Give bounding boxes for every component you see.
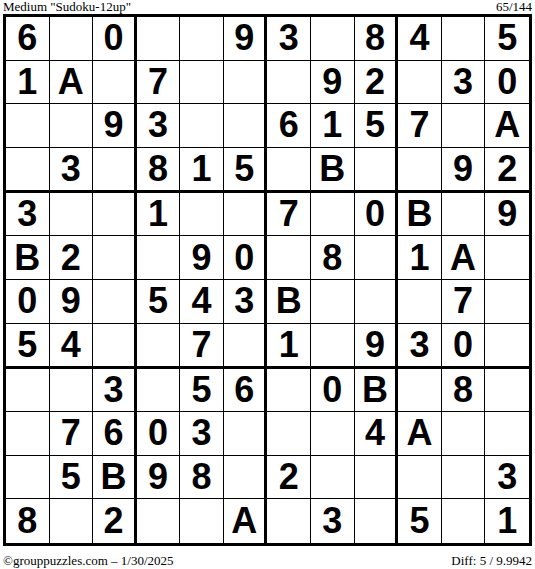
cell-r7c7: B	[267, 280, 311, 324]
cell-r11c6[interactable]	[224, 456, 268, 500]
cell-r7c4: 5	[137, 280, 181, 324]
cell-r4c6: 5	[224, 148, 268, 193]
cell-r10c1[interactable]	[6, 412, 50, 456]
cell-r5c9: 0	[355, 193, 399, 237]
cell-r9c6: 6	[224, 369, 268, 413]
cell-r6c3[interactable]	[93, 236, 137, 280]
puzzle-title: Medium "Sudoku-12up"	[3, 0, 131, 13]
cell-r8c2: 4	[50, 324, 94, 369]
cell-r7c5: 4	[180, 280, 224, 324]
cell-r11c9[interactable]	[355, 456, 399, 500]
cell-r9c10[interactable]	[398, 369, 442, 413]
cell-r5c5[interactable]	[180, 193, 224, 237]
cell-r11c10[interactable]	[398, 456, 442, 500]
cell-r4c2: 3	[50, 148, 94, 193]
difficulty-text: Diff: 5 / 9.9942	[451, 554, 532, 567]
cell-r3c3: 9	[93, 104, 137, 148]
cell-r1c10: 4	[398, 17, 442, 61]
cell-r6c7[interactable]	[267, 236, 311, 280]
cell-r8c11: 0	[442, 324, 486, 369]
cell-r9c1[interactable]	[6, 369, 50, 413]
cell-r3c12: A	[485, 104, 529, 148]
cell-r7c9[interactable]	[355, 280, 399, 324]
cell-r2c2: A	[50, 61, 94, 105]
cell-r10c9: 4	[355, 412, 399, 456]
cell-r1c1: 6	[6, 17, 50, 61]
cell-r11c12: 3	[485, 456, 529, 500]
cell-r10c11[interactable]	[442, 412, 486, 456]
cell-r1c4[interactable]	[137, 17, 181, 61]
cell-r10c8[interactable]	[311, 412, 355, 456]
cell-r4c10[interactable]	[398, 148, 442, 193]
cell-r8c6[interactable]	[224, 324, 268, 369]
cell-r1c8[interactable]	[311, 17, 355, 61]
cell-r5c4: 1	[137, 193, 181, 237]
cell-r2c10[interactable]	[398, 61, 442, 105]
cell-r2c11: 3	[442, 61, 486, 105]
header: Medium "Sudoku-12up" 65/144	[3, 0, 532, 14]
cell-r11c2: 5	[50, 456, 94, 500]
cell-r1c5[interactable]	[180, 17, 224, 61]
cell-r9c12[interactable]	[485, 369, 529, 413]
cell-r9c8: 0	[311, 369, 355, 413]
cell-r12c9[interactable]	[355, 499, 399, 543]
cell-r6c1: B	[6, 236, 50, 280]
cell-r10c7[interactable]	[267, 412, 311, 456]
cell-r11c4: 9	[137, 456, 181, 500]
cell-r10c12[interactable]	[485, 412, 529, 456]
cell-r9c3: 3	[93, 369, 137, 413]
cell-r1c7: 3	[267, 17, 311, 61]
cell-r2c7[interactable]	[267, 61, 311, 105]
cell-r11c8[interactable]	[311, 456, 355, 500]
cell-r6c2: 2	[50, 236, 94, 280]
cell-r11c11[interactable]	[442, 456, 486, 500]
cell-r12c2[interactable]	[50, 499, 94, 543]
cell-r2c12: 0	[485, 61, 529, 105]
cell-r12c10: 5	[398, 499, 442, 543]
cell-r10c2: 7	[50, 412, 94, 456]
cell-r3c1[interactable]	[6, 104, 50, 148]
cell-r11c5: 8	[180, 456, 224, 500]
cell-r8c4[interactable]	[137, 324, 181, 369]
cell-r6c5: 9	[180, 236, 224, 280]
cell-r8c8[interactable]	[311, 324, 355, 369]
cell-r3c4: 3	[137, 104, 181, 148]
cell-r6c8: 8	[311, 236, 355, 280]
cell-r12c6: A	[224, 499, 268, 543]
cell-r12c3: 2	[93, 499, 137, 543]
cell-r5c10: B	[398, 193, 442, 237]
cell-r6c10: 1	[398, 236, 442, 280]
cell-r7c6: 3	[224, 280, 268, 324]
cell-r8c10: 3	[398, 324, 442, 369]
cell-r12c8: 3	[311, 499, 355, 543]
cell-r4c12: 2	[485, 148, 529, 193]
puzzle-page: Medium "Sudoku-12up" 65/144 60938451A792…	[0, 0, 535, 569]
cell-r7c8[interactable]	[311, 280, 355, 324]
cell-r10c3: 6	[93, 412, 137, 456]
cell-r6c11: A	[442, 236, 486, 280]
cell-r2c5[interactable]	[180, 61, 224, 105]
cell-r7c10[interactable]	[398, 280, 442, 324]
cell-r3c2[interactable]	[50, 104, 94, 148]
sudoku-board: 60938451A79230936157A3815B923170B9B29081…	[3, 14, 532, 546]
cell-r10c5: 3	[180, 412, 224, 456]
cell-r5c2[interactable]	[50, 193, 94, 237]
cell-r12c1: 8	[6, 499, 50, 543]
cell-r9c2[interactable]	[50, 369, 94, 413]
cell-r3c6[interactable]	[224, 104, 268, 148]
cell-r4c5: 1	[180, 148, 224, 193]
puzzle-counter: 65/144	[496, 0, 532, 13]
cell-r1c2[interactable]	[50, 17, 94, 61]
cell-r5c3[interactable]	[93, 193, 137, 237]
cell-r7c2: 9	[50, 280, 94, 324]
cell-r2c1: 1	[6, 61, 50, 105]
cell-r2c3[interactable]	[93, 61, 137, 105]
cell-r12c12: 1	[485, 499, 529, 543]
cell-r10c10: A	[398, 412, 442, 456]
copyright-text: ©grouppuzzles.com – 1/30/2025	[3, 554, 174, 567]
cell-r1c9: 8	[355, 17, 399, 61]
cell-r2c8: 9	[311, 61, 355, 105]
cell-r7c3[interactable]	[93, 280, 137, 324]
cell-r3c5[interactable]	[180, 104, 224, 148]
cell-r11c1[interactable]	[6, 456, 50, 500]
cell-r3c7: 6	[267, 104, 311, 148]
cell-r8c3[interactable]	[93, 324, 137, 369]
cell-r6c4[interactable]	[137, 236, 181, 280]
cell-r4c7[interactable]	[267, 148, 311, 193]
cell-r5c6[interactable]	[224, 193, 268, 237]
cell-r2c4: 7	[137, 61, 181, 105]
cell-r10c6[interactable]	[224, 412, 268, 456]
cell-r11c7: 2	[267, 456, 311, 500]
cell-r7c11: 7	[442, 280, 486, 324]
cell-r4c4: 8	[137, 148, 181, 193]
footer: ©grouppuzzles.com – 1/30/2025 Diff: 5 / …	[3, 552, 532, 567]
cell-r7c1: 0	[6, 280, 50, 324]
cell-r3c9: 5	[355, 104, 399, 148]
cell-r12c11[interactable]	[442, 499, 486, 543]
cell-r5c11[interactable]	[442, 193, 486, 237]
cell-r3c10: 7	[398, 104, 442, 148]
cell-r4c9[interactable]	[355, 148, 399, 193]
cell-r12c4[interactable]	[137, 499, 181, 543]
cell-r1c6: 9	[224, 17, 268, 61]
cell-r9c9: B	[355, 369, 399, 413]
cell-r9c7[interactable]	[267, 369, 311, 413]
cell-r1c3: 0	[93, 17, 137, 61]
cell-r3c8: 1	[311, 104, 355, 148]
cell-r8c5: 7	[180, 324, 224, 369]
cell-r6c12[interactable]	[485, 236, 529, 280]
cell-r12c5[interactable]	[180, 499, 224, 543]
cell-r6c9[interactable]	[355, 236, 399, 280]
cell-r8c12[interactable]	[485, 324, 529, 369]
cell-r5c1: 3	[6, 193, 50, 237]
cell-r7c12[interactable]	[485, 280, 529, 324]
cell-r2c9: 2	[355, 61, 399, 105]
cell-r9c4[interactable]	[137, 369, 181, 413]
cell-r11c3: B	[93, 456, 137, 500]
cell-r5c12: 9	[485, 193, 529, 237]
cell-r4c11: 9	[442, 148, 486, 193]
cell-r5c8[interactable]	[311, 193, 355, 237]
cell-r9c11: 8	[442, 369, 486, 413]
cell-r8c1: 5	[6, 324, 50, 369]
cell-r8c9: 9	[355, 324, 399, 369]
cell-r8c7: 1	[267, 324, 311, 369]
cell-r12c7[interactable]	[267, 499, 311, 543]
cell-r6c6: 0	[224, 236, 268, 280]
cell-r9c5: 5	[180, 369, 224, 413]
cell-r4c8: B	[311, 148, 355, 193]
cell-r10c4: 0	[137, 412, 181, 456]
cell-r2c6[interactable]	[224, 61, 268, 105]
cell-r1c12: 5	[485, 17, 529, 61]
cell-r1c11[interactable]	[442, 17, 486, 61]
cell-r5c7: 7	[267, 193, 311, 237]
cell-r4c3[interactable]	[93, 148, 137, 193]
cell-r4c1[interactable]	[6, 148, 50, 193]
cell-r3c11[interactable]	[442, 104, 486, 148]
